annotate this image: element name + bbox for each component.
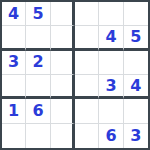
cell-r2c4[interactable]	[75, 26, 99, 50]
cell-r4c5[interactable]: 3	[99, 75, 123, 99]
given-digit: 6	[32, 103, 43, 119]
cell-r1c6[interactable]	[124, 2, 148, 26]
given-digit: 1	[8, 103, 19, 119]
cell-r6c3[interactable]	[51, 124, 75, 148]
given-digit: 5	[32, 6, 43, 22]
cell-r1c3[interactable]	[51, 2, 75, 26]
cell-r6c4[interactable]	[75, 124, 99, 148]
given-digit: 4	[8, 6, 19, 22]
given-digit: 3	[130, 128, 141, 144]
cell-r5c5[interactable]	[99, 99, 123, 123]
given-digit: 4	[130, 78, 141, 94]
cell-r5c1[interactable]: 1	[2, 99, 26, 123]
cell-r4c1[interactable]	[2, 75, 26, 99]
cell-r4c3[interactable]	[51, 75, 75, 99]
given-digit: 3	[8, 54, 19, 70]
cell-r5c4[interactable]	[75, 99, 99, 123]
cell-r4c6[interactable]: 4	[124, 75, 148, 99]
cell-r6c5[interactable]: 6	[99, 124, 123, 148]
cell-r3c1[interactable]: 3	[2, 51, 26, 75]
cell-r3c5[interactable]	[99, 51, 123, 75]
cell-r2c6[interactable]: 5	[124, 26, 148, 50]
cell-r6c1[interactable]	[2, 124, 26, 148]
cell-r3c2[interactable]: 2	[26, 51, 50, 75]
sudoku-board: 454532341663	[0, 0, 150, 150]
cell-r5c2[interactable]: 6	[26, 99, 50, 123]
cell-r1c2[interactable]: 5	[26, 2, 50, 26]
cell-r1c4[interactable]	[75, 2, 99, 26]
cell-r6c2[interactable]	[26, 124, 50, 148]
given-digit: 2	[32, 54, 43, 70]
cell-r5c6[interactable]	[124, 99, 148, 123]
given-digit: 6	[105, 128, 116, 144]
cell-r3c3[interactable]	[51, 51, 75, 75]
given-digit: 3	[105, 78, 116, 94]
cell-r3c6[interactable]	[124, 51, 148, 75]
cell-r6c6[interactable]: 3	[124, 124, 148, 148]
cell-r2c1[interactable]	[2, 26, 26, 50]
cell-r1c5[interactable]	[99, 2, 123, 26]
cell-r5c3[interactable]	[51, 99, 75, 123]
cell-r2c3[interactable]	[51, 26, 75, 50]
cell-r1c1[interactable]: 4	[2, 2, 26, 26]
cell-r4c4[interactable]	[75, 75, 99, 99]
cell-r2c5[interactable]: 4	[99, 26, 123, 50]
cell-r2c2[interactable]	[26, 26, 50, 50]
cell-r3c4[interactable]	[75, 51, 99, 75]
cell-r4c2[interactable]	[26, 75, 50, 99]
given-digit: 5	[130, 29, 141, 45]
given-digit: 4	[105, 29, 116, 45]
